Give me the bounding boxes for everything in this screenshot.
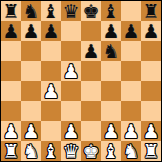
piece-black-queen: ♛: [62, 1, 79, 21]
square-e6[interactable]: ♟: [81, 41, 101, 61]
piece-white-pawn: ♟: [102, 121, 119, 141]
square-h1[interactable]: ♜: [141, 141, 161, 161]
square-g4[interactable]: [121, 81, 141, 101]
piece-white-queen: ♛: [62, 141, 79, 161]
square-b6[interactable]: [21, 41, 41, 61]
square-a8[interactable]: ♜: [1, 1, 21, 21]
square-d2[interactable]: ♟: [61, 121, 81, 141]
square-c6[interactable]: [41, 41, 61, 61]
square-b1[interactable]: ♞: [21, 141, 41, 161]
piece-black-rook: ♜: [2, 1, 19, 21]
piece-black-pawn: ♟: [142, 21, 159, 41]
piece-white-bishop: ♝: [42, 141, 59, 161]
square-g5[interactable]: [121, 61, 141, 81]
piece-black-bishop: ♝: [102, 1, 119, 21]
square-a4[interactable]: [1, 81, 21, 101]
piece-black-pawn: ♟: [22, 21, 39, 41]
square-c8[interactable]: ♝: [41, 1, 61, 21]
square-e1[interactable]: ♚: [81, 141, 101, 161]
piece-white-bishop: ♝: [102, 141, 119, 161]
piece-white-pawn: ♟: [62, 61, 79, 81]
square-b4[interactable]: [21, 81, 41, 101]
square-c1[interactable]: ♝: [41, 141, 61, 161]
square-h5[interactable]: [141, 61, 161, 81]
square-e7[interactable]: [81, 21, 101, 41]
square-c2[interactable]: [41, 121, 61, 141]
square-h4[interactable]: [141, 81, 161, 101]
chess-board-frame: ♜♞♝♛♚♝♜♟♟♟♟♟♟♟♞♟♟♟♟♟♟♟♟♜♞♝♛♚♝♞♜: [0, 0, 162, 162]
square-a2[interactable]: ♟: [1, 121, 21, 141]
piece-white-knight: ♞: [122, 141, 139, 161]
square-d4[interactable]: [61, 81, 81, 101]
square-b2[interactable]: ♟: [21, 121, 41, 141]
square-h6[interactable]: [141, 41, 161, 61]
piece-black-pawn: ♟: [42, 21, 59, 41]
square-e4[interactable]: [81, 81, 101, 101]
piece-white-pawn: ♟: [22, 121, 39, 141]
square-e8[interactable]: ♚: [81, 1, 101, 21]
square-f6[interactable]: ♞: [101, 41, 121, 61]
square-h3[interactable]: [141, 101, 161, 121]
piece-black-pawn: ♟: [122, 21, 139, 41]
square-g7[interactable]: ♟: [121, 21, 141, 41]
piece-white-pawn: ♟: [142, 121, 159, 141]
square-b7[interactable]: ♟: [21, 21, 41, 41]
piece-white-pawn: ♟: [2, 121, 19, 141]
square-f7[interactable]: ♟: [101, 21, 121, 41]
piece-white-knight: ♞: [22, 141, 39, 161]
piece-white-pawn: ♟: [122, 121, 139, 141]
square-f1[interactable]: ♝: [101, 141, 121, 161]
square-h2[interactable]: ♟: [141, 121, 161, 141]
square-c4[interactable]: ♟: [41, 81, 61, 101]
square-f5[interactable]: [101, 61, 121, 81]
square-c5[interactable]: [41, 61, 61, 81]
square-h8[interactable]: ♜: [141, 1, 161, 21]
square-c7[interactable]: ♟: [41, 21, 61, 41]
piece-white-pawn: ♟: [42, 81, 59, 101]
square-b8[interactable]: ♞: [21, 1, 41, 21]
square-g3[interactable]: [121, 101, 141, 121]
square-d3[interactable]: [61, 101, 81, 121]
square-g6[interactable]: [121, 41, 141, 61]
piece-black-pawn: ♟: [102, 21, 119, 41]
square-h7[interactable]: ♟: [141, 21, 161, 41]
square-e2[interactable]: [81, 121, 101, 141]
piece-black-pawn: ♟: [82, 41, 99, 61]
square-g2[interactable]: ♟: [121, 121, 141, 141]
square-e5[interactable]: [81, 61, 101, 81]
piece-white-rook: ♜: [2, 141, 19, 161]
piece-white-rook: ♜: [142, 141, 159, 161]
chess-board: ♜♞♝♛♚♝♜♟♟♟♟♟♟♟♞♟♟♟♟♟♟♟♟♜♞♝♛♚♝♞♜: [1, 1, 161, 161]
square-g1[interactable]: ♞: [121, 141, 141, 161]
piece-black-rook: ♜: [142, 1, 159, 21]
piece-black-knight: ♞: [22, 1, 39, 21]
square-a6[interactable]: [1, 41, 21, 61]
square-a1[interactable]: ♜: [1, 141, 21, 161]
square-f8[interactable]: ♝: [101, 1, 121, 21]
piece-white-pawn: ♟: [62, 121, 79, 141]
square-f2[interactable]: ♟: [101, 121, 121, 141]
piece-black-knight: ♞: [102, 41, 119, 61]
piece-black-pawn: ♟: [2, 21, 19, 41]
square-e3[interactable]: [81, 101, 101, 121]
square-d5[interactable]: ♟: [61, 61, 81, 81]
piece-black-bishop: ♝: [42, 1, 59, 21]
square-a3[interactable]: [1, 101, 21, 121]
square-f3[interactable]: [101, 101, 121, 121]
square-a7[interactable]: ♟: [1, 21, 21, 41]
square-c3[interactable]: [41, 101, 61, 121]
square-b5[interactable]: [21, 61, 41, 81]
piece-black-king: ♚: [82, 1, 99, 21]
square-b3[interactable]: [21, 101, 41, 121]
piece-white-king: ♚: [82, 141, 99, 161]
square-d7[interactable]: [61, 21, 81, 41]
square-d6[interactable]: [61, 41, 81, 61]
square-d8[interactable]: ♛: [61, 1, 81, 21]
square-a5[interactable]: [1, 61, 21, 81]
square-d1[interactable]: ♛: [61, 141, 81, 161]
square-g8[interactable]: [121, 1, 141, 21]
square-f4[interactable]: [101, 81, 121, 101]
